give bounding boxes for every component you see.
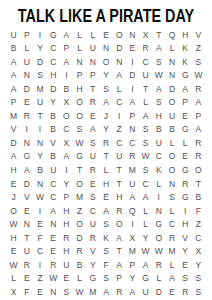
grid-cell[interactable]: N — [165, 55, 178, 69]
grid-cell[interactable]: B — [33, 164, 46, 178]
grid-cell[interactable]: E — [179, 109, 192, 123]
grid-cell[interactable]: W — [47, 272, 60, 286]
grid-cell[interactable]: B — [60, 82, 73, 96]
grid-cell[interactable]: E — [33, 218, 46, 232]
grid-cell[interactable]: C — [139, 177, 152, 191]
grid-cell[interactable]: H — [60, 218, 73, 232]
grid-cell[interactable]: A — [113, 69, 126, 83]
grid-cell[interactable]: C — [165, 218, 178, 232]
grid-cell[interactable]: L — [99, 164, 112, 178]
grid-cell[interactable]: R — [47, 258, 60, 272]
grid-cell[interactable]: T — [113, 245, 126, 259]
grid-cell[interactable]: A — [113, 231, 126, 245]
grid-cell[interactable]: E — [99, 191, 112, 205]
grid-cell[interactable]: U — [60, 258, 73, 272]
grid-cell[interactable]: N — [47, 285, 60, 299]
grid-cell[interactable]: P — [73, 69, 86, 83]
grid-cell[interactable]: A — [126, 96, 139, 110]
grid-cell[interactable]: A — [113, 258, 126, 272]
grid-cell[interactable]: D — [113, 42, 126, 56]
grid-cell[interactable]: B — [47, 109, 60, 123]
grid-cell[interactable]: I — [126, 218, 139, 232]
grid-cell[interactable]: L — [73, 272, 86, 286]
grid-cell[interactable]: B — [47, 123, 60, 137]
grid-cell[interactable]: T — [192, 177, 205, 191]
grid-cell[interactable]: O — [152, 231, 165, 245]
grid-cell[interactable]: F — [192, 204, 205, 218]
grid-cell[interactable]: A — [86, 123, 99, 137]
grid-cell[interactable]: I — [126, 55, 139, 69]
grid-cell[interactable]: Z — [192, 42, 205, 56]
grid-cell[interactable]: N — [33, 136, 46, 150]
grid-cell[interactable]: R — [20, 258, 33, 272]
grid-cell[interactable]: G — [179, 69, 192, 83]
grid-cell[interactable]: O — [73, 96, 86, 110]
grid-cell[interactable]: R — [139, 42, 152, 56]
grid-cell[interactable]: A — [60, 55, 73, 69]
grid-cell[interactable]: P — [192, 109, 205, 123]
grid-cell[interactable]: O — [73, 218, 86, 232]
grid-cell[interactable]: I — [152, 191, 165, 205]
grid-cell[interactable]: T — [152, 28, 165, 42]
grid-cell[interactable]: X — [192, 245, 205, 259]
grid-cell[interactable]: H — [73, 82, 86, 96]
grid-cell[interactable]: F — [33, 231, 46, 245]
grid-cell[interactable]: J — [7, 191, 20, 205]
grid-cell[interactable]: W — [73, 136, 86, 150]
grid-cell[interactable]: Y — [86, 258, 99, 272]
grid-cell[interactable]: A — [165, 272, 178, 286]
grid-cell[interactable]: N — [73, 55, 86, 69]
grid-cell[interactable]: B — [47, 150, 60, 164]
grid-cell[interactable]: U — [86, 218, 99, 232]
grid-cell[interactable]: U — [47, 164, 60, 178]
grid-cell[interactable]: E — [179, 150, 192, 164]
grid-cell[interactable]: A — [7, 82, 20, 96]
grid-cell[interactable]: S — [86, 136, 99, 150]
grid-cell[interactable]: B — [7, 42, 20, 56]
grid-cell[interactable]: N — [86, 55, 99, 69]
grid-cell[interactable]: O — [113, 28, 126, 42]
grid-cell[interactable]: J — [99, 109, 112, 123]
grid-cell[interactable]: N — [20, 69, 33, 83]
grid-cell[interactable]: T — [139, 82, 152, 96]
grid-cell[interactable]: S — [192, 285, 205, 299]
grid-cell[interactable]: L — [139, 218, 152, 232]
grid-cell[interactable]: X — [126, 231, 139, 245]
grid-cell[interactable]: Y — [99, 123, 112, 137]
grid-cell[interactable]: Q — [126, 204, 139, 218]
grid-cell[interactable]: O — [165, 164, 178, 178]
grid-cell[interactable]: G — [179, 164, 192, 178]
grid-cell[interactable]: I — [33, 204, 46, 218]
grid-cell[interactable]: X — [7, 285, 20, 299]
grid-cell[interactable]: L — [179, 136, 192, 150]
grid-cell[interactable]: N — [20, 136, 33, 150]
grid-cell[interactable]: A — [99, 96, 112, 110]
grid-cell[interactable]: S — [33, 69, 46, 83]
grid-cell[interactable]: M — [73, 191, 86, 205]
grid-cell[interactable]: U — [20, 55, 33, 69]
grid-cell[interactable]: W — [139, 150, 152, 164]
grid-cell[interactable]: L — [152, 272, 165, 286]
grid-cell[interactable]: S — [139, 123, 152, 137]
grid-cell[interactable]: S — [99, 245, 112, 259]
grid-cell[interactable]: C — [126, 136, 139, 150]
grid-cell[interactable]: U — [33, 96, 46, 110]
grid-cell[interactable]: G — [73, 150, 86, 164]
grid-cell[interactable]: I — [33, 123, 46, 137]
grid-cell[interactable]: H — [7, 164, 20, 178]
grid-cell[interactable]: S — [99, 82, 112, 96]
grid-cell[interactable]: P — [113, 272, 126, 286]
grid-cell[interactable]: I — [179, 204, 192, 218]
grid-cell[interactable]: K — [179, 55, 192, 69]
grid-cell[interactable]: A — [7, 55, 20, 69]
grid-cell[interactable]: O — [192, 164, 205, 178]
grid-cell[interactable]: D — [165, 82, 178, 96]
grid-cell[interactable]: U — [165, 109, 178, 123]
grid-cell[interactable]: G — [20, 150, 33, 164]
grid-cell[interactable]: Y — [192, 258, 205, 272]
grid-cell[interactable]: S — [179, 272, 192, 286]
grid-cell[interactable]: W — [152, 69, 165, 83]
grid-cell[interactable]: O — [165, 150, 178, 164]
grid-cell[interactable]: K — [152, 164, 165, 178]
grid-cell[interactable]: E — [47, 231, 60, 245]
grid-cell[interactable]: M — [126, 164, 139, 178]
grid-cell[interactable]: F — [20, 285, 33, 299]
grid-cell[interactable]: S — [99, 218, 112, 232]
grid-cell[interactable]: A — [139, 258, 152, 272]
grid-cell[interactable]: L — [73, 28, 86, 42]
grid-cell[interactable]: U — [152, 136, 165, 150]
grid-cell[interactable]: Z — [113, 123, 126, 137]
grid-cell[interactable]: S — [73, 123, 86, 137]
grid-cell[interactable]: Y — [179, 245, 192, 259]
grid-cell[interactable]: E — [20, 272, 33, 286]
grid-cell[interactable]: Y — [126, 272, 139, 286]
grid-cell[interactable]: C — [47, 177, 60, 191]
grid-cell[interactable]: Y — [47, 96, 60, 110]
grid-cell[interactable]: P — [86, 69, 99, 83]
grid-cell[interactable]: R — [99, 136, 112, 150]
grid-cell[interactable]: G — [152, 218, 165, 232]
grid-cell[interactable]: O — [165, 96, 178, 110]
grid-cell[interactable]: N — [99, 42, 112, 56]
grid-cell[interactable]: M — [126, 245, 139, 259]
grid-cell[interactable]: C — [60, 123, 73, 137]
grid-cell[interactable]: V — [192, 28, 205, 42]
grid-cell[interactable]: S — [86, 191, 99, 205]
grid-cell[interactable]: F — [99, 258, 112, 272]
grid-cell[interactable]: E — [20, 204, 33, 218]
grid-cell[interactable]: I — [126, 82, 139, 96]
grid-cell[interactable]: Z — [192, 218, 205, 232]
grid-cell[interactable]: N — [126, 123, 139, 137]
grid-cell[interactable]: M — [86, 285, 99, 299]
grid-cell[interactable]: C — [33, 245, 46, 259]
grid-cell[interactable]: L — [113, 82, 126, 96]
grid-cell[interactable]: T — [73, 164, 86, 178]
grid-cell[interactable]: T — [113, 164, 126, 178]
grid-cell[interactable]: A — [126, 191, 139, 205]
grid-cell[interactable]: L — [7, 272, 20, 286]
grid-cell[interactable]: L — [165, 258, 178, 272]
grid-cell[interactable]: S — [165, 191, 178, 205]
grid-cell[interactable]: A — [192, 123, 205, 137]
grid-cell[interactable]: A — [60, 150, 73, 164]
grid-cell[interactable]: H — [47, 69, 60, 83]
grid-cell[interactable]: A — [99, 285, 112, 299]
grid-cell[interactable]: E — [179, 258, 192, 272]
grid-cell[interactable]: A — [152, 42, 165, 56]
grid-cell[interactable]: U — [113, 150, 126, 164]
grid-cell[interactable]: I — [60, 69, 73, 83]
grid-cell[interactable]: N — [33, 177, 46, 191]
grid-cell[interactable]: U — [126, 177, 139, 191]
grid-cell[interactable]: B — [152, 123, 165, 137]
grid-cell[interactable]: D — [73, 231, 86, 245]
grid-cell[interactable]: Q — [165, 28, 178, 42]
grid-cell[interactable]: P — [179, 96, 192, 110]
grid-cell[interactable]: L — [86, 28, 99, 42]
grid-cell[interactable]: X — [60, 96, 73, 110]
grid-cell[interactable]: W — [192, 69, 205, 83]
grid-cell[interactable]: U — [139, 69, 152, 83]
grid-cell[interactable]: V — [20, 191, 33, 205]
grid-cell[interactable]: S — [139, 164, 152, 178]
grid-cell[interactable]: R — [86, 231, 99, 245]
grid-cell[interactable]: O — [73, 177, 86, 191]
grid-cell[interactable]: O — [60, 109, 73, 123]
grid-cell[interactable]: N — [165, 69, 178, 83]
grid-cell[interactable]: P — [60, 42, 73, 56]
grid-cell[interactable]: H — [179, 28, 192, 42]
grid-cell[interactable]: A — [60, 28, 73, 42]
grid-cell[interactable]: S — [152, 96, 165, 110]
grid-cell[interactable]: E — [33, 285, 46, 299]
grid-cell[interactable]: V — [86, 245, 99, 259]
grid-cell[interactable]: A — [7, 69, 20, 83]
grid-cell[interactable]: A — [139, 109, 152, 123]
grid-cell[interactable]: Z — [73, 204, 86, 218]
grid-cell[interactable]: R — [113, 285, 126, 299]
grid-cell[interactable]: S — [152, 55, 165, 69]
grid-cell[interactable]: I — [60, 164, 73, 178]
grid-cell[interactable]: N — [113, 55, 126, 69]
grid-cell[interactable]: X — [139, 28, 152, 42]
grid-cell[interactable]: K — [179, 42, 192, 56]
grid-cell[interactable]: B — [165, 123, 178, 137]
grid-cell[interactable]: R — [86, 96, 99, 110]
grid-cell[interactable]: W — [7, 218, 20, 232]
grid-cell[interactable]: D — [126, 69, 139, 83]
grid-cell[interactable]: H — [179, 218, 192, 232]
grid-cell[interactable]: B — [192, 191, 205, 205]
grid-cell[interactable]: E — [99, 28, 112, 42]
grid-cell[interactable]: N — [20, 218, 33, 232]
grid-cell[interactable]: E — [86, 177, 99, 191]
grid-cell[interactable]: R — [179, 177, 192, 191]
grid-cell[interactable]: E — [7, 245, 20, 259]
grid-cell[interactable]: D — [20, 82, 33, 96]
grid-cell[interactable]: S — [139, 136, 152, 150]
grid-cell[interactable]: Y — [60, 177, 73, 191]
grid-cell[interactable]: I — [113, 109, 126, 123]
grid-cell[interactable]: L — [73, 42, 86, 56]
grid-cell[interactable]: O — [7, 204, 20, 218]
grid-cell[interactable]: R — [152, 258, 165, 272]
grid-cell[interactable]: Y — [99, 69, 112, 83]
grid-cell[interactable]: C — [113, 96, 126, 110]
grid-cell[interactable]: Z — [33, 272, 46, 286]
grid-cell[interactable]: R — [192, 150, 205, 164]
grid-cell[interactable]: U — [139, 285, 152, 299]
grid-cell[interactable]: L — [152, 177, 165, 191]
grid-cell[interactable]: E — [20, 96, 33, 110]
grid-cell[interactable]: N — [126, 28, 139, 42]
grid-cell[interactable]: T — [33, 109, 46, 123]
grid-cell[interactable]: A — [126, 285, 139, 299]
grid-cell[interactable]: U — [20, 245, 33, 259]
grid-cell[interactable]: A — [192, 96, 205, 110]
grid-cell[interactable]: D — [47, 82, 60, 96]
grid-cell[interactable]: H — [60, 245, 73, 259]
grid-cell[interactable]: C — [86, 204, 99, 218]
grid-cell[interactable]: I — [20, 123, 33, 137]
grid-cell[interactable]: L — [165, 204, 178, 218]
grid-cell[interactable]: G — [179, 123, 192, 137]
grid-cell[interactable]: G — [139, 272, 152, 286]
grid-cell[interactable]: C — [47, 55, 60, 69]
grid-cell[interactable]: R — [192, 136, 205, 150]
grid-cell[interactable]: K — [99, 231, 112, 245]
grid-cell[interactable]: E — [60, 272, 73, 286]
grid-cell[interactable]: W — [7, 258, 20, 272]
grid-cell[interactable]: M — [7, 109, 20, 123]
grid-cell[interactable]: E — [7, 177, 20, 191]
grid-cell[interactable]: E — [47, 245, 60, 259]
grid-cell[interactable]: N — [47, 218, 60, 232]
grid-cell[interactable]: T — [99, 150, 112, 164]
grid-cell[interactable]: C — [47, 191, 60, 205]
grid-cell[interactable]: P — [7, 96, 20, 110]
grid-cell[interactable]: C — [47, 42, 60, 56]
grid-cell[interactable]: S — [192, 55, 205, 69]
grid-cell[interactable]: L — [139, 96, 152, 110]
grid-cell[interactable]: S — [192, 272, 205, 286]
grid-cell[interactable]: P — [60, 191, 73, 205]
grid-cell[interactable]: L — [139, 204, 152, 218]
grid-cell[interactable]: M — [33, 82, 46, 96]
grid-cell[interactable]: G — [86, 272, 99, 286]
grid-cell[interactable]: E — [86, 109, 99, 123]
grid-cell[interactable]: O — [99, 55, 112, 69]
grid-cell[interactable]: R — [86, 164, 99, 178]
grid-cell[interactable]: V — [7, 123, 20, 137]
grid-cell[interactable]: A — [99, 204, 112, 218]
grid-cell[interactable]: H — [7, 231, 20, 245]
grid-cell[interactable]: P — [126, 109, 139, 123]
grid-cell[interactable]: W — [139, 245, 152, 259]
grid-cell[interactable]: C — [113, 136, 126, 150]
grid-cell[interactable]: U — [7, 28, 20, 42]
grid-cell[interactable]: U — [86, 150, 99, 164]
grid-cell[interactable]: P — [20, 28, 33, 42]
grid-cell[interactable]: A — [47, 204, 60, 218]
grid-cell[interactable]: W — [152, 245, 165, 259]
grid-cell[interactable]: G — [47, 28, 60, 42]
grid-cell[interactable]: H — [99, 177, 112, 191]
grid-cell[interactable]: T — [20, 231, 33, 245]
grid-cell[interactable]: L — [20, 42, 33, 56]
grid-cell[interactable]: R — [165, 231, 178, 245]
grid-cell[interactable]: C — [139, 55, 152, 69]
grid-cell[interactable]: S — [60, 285, 73, 299]
grid-cell[interactable]: T — [113, 177, 126, 191]
grid-cell[interactable]: I — [33, 28, 46, 42]
grid-cell[interactable]: P — [126, 258, 139, 272]
grid-cell[interactable]: Y — [33, 150, 46, 164]
grid-cell[interactable]: A — [179, 82, 192, 96]
grid-cell[interactable]: V — [47, 136, 60, 150]
grid-cell[interactable]: M — [165, 245, 178, 259]
grid-cell[interactable]: D — [7, 136, 20, 150]
grid-cell[interactable]: R — [113, 204, 126, 218]
grid-cell[interactable]: W — [33, 191, 46, 205]
grid-cell[interactable]: N — [152, 204, 165, 218]
grid-cell[interactable]: T — [86, 82, 99, 96]
grid-cell[interactable]: G — [179, 191, 192, 205]
grid-cell[interactable]: I — [33, 258, 46, 272]
grid-cell[interactable]: V — [179, 231, 192, 245]
grid-cell[interactable]: O — [73, 109, 86, 123]
grid-cell[interactable]: H — [60, 204, 73, 218]
grid-cell[interactable]: R — [20, 109, 33, 123]
grid-cell[interactable]: L — [165, 42, 178, 56]
grid-cell[interactable]: H — [113, 191, 126, 205]
grid-cell[interactable]: A — [139, 191, 152, 205]
grid-cell[interactable]: W — [73, 285, 86, 299]
grid-cell[interactable]: D — [20, 177, 33, 191]
grid-cell[interactable]: L — [165, 136, 178, 150]
grid-cell[interactable]: D — [33, 55, 46, 69]
grid-cell[interactable]: B — [73, 258, 86, 272]
grid-cell[interactable]: E — [165, 285, 178, 299]
grid-cell[interactable]: U — [86, 42, 99, 56]
grid-cell[interactable]: C — [192, 231, 205, 245]
grid-cell[interactable]: X — [60, 136, 73, 150]
grid-cell[interactable]: S — [99, 272, 112, 286]
grid-cell[interactable]: A — [20, 164, 33, 178]
grid-cell[interactable]: H — [152, 109, 165, 123]
grid-cell[interactable]: Y — [33, 42, 46, 56]
grid-cell[interactable]: C — [152, 150, 165, 164]
grid-cell[interactable]: D — [152, 285, 165, 299]
grid-cell[interactable]: E — [126, 42, 139, 56]
grid-cell[interactable]: A — [7, 150, 20, 164]
grid-cell[interactable]: Y — [139, 231, 152, 245]
grid-cell[interactable]: R — [126, 150, 139, 164]
grid-cell[interactable]: N — [165, 177, 178, 191]
grid-cell[interactable]: O — [113, 218, 126, 232]
grid-cell[interactable]: R — [73, 245, 86, 259]
grid-cell[interactable]: R — [179, 285, 192, 299]
grid-cell[interactable]: R — [192, 82, 205, 96]
grid-cell[interactable]: R — [60, 231, 73, 245]
grid-cell[interactable]: A — [152, 82, 165, 96]
